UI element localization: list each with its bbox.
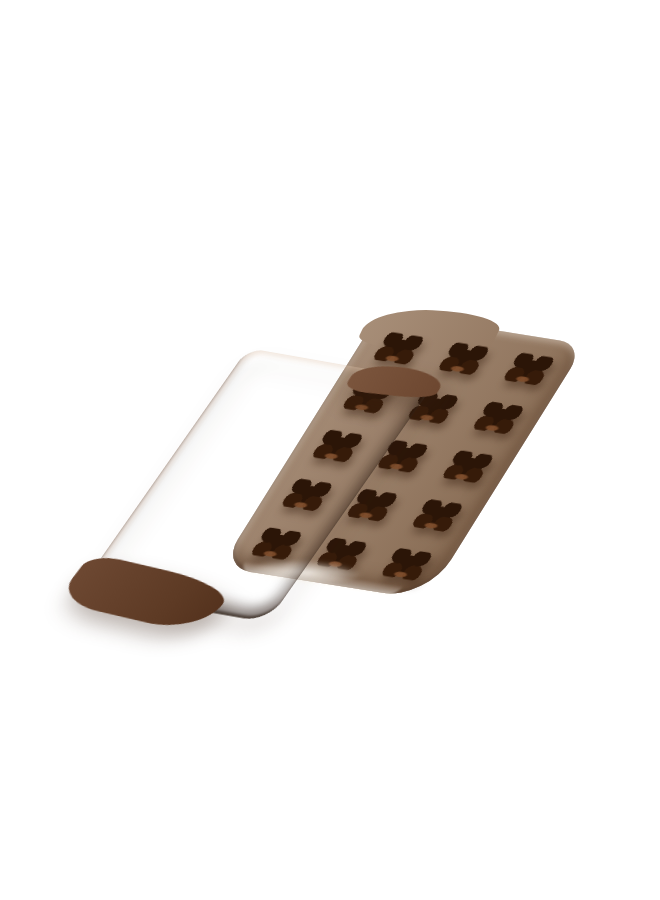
product-photo: [0, 0, 660, 900]
